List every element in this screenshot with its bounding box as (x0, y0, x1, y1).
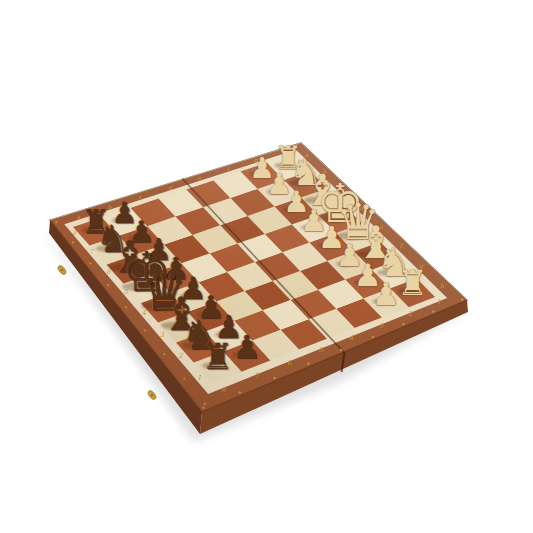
piece-shadow (141, 302, 172, 311)
piece-shadow (161, 322, 189, 330)
piece-shadow (301, 225, 319, 230)
piece-shadow (197, 312, 216, 317)
brass-clasp (147, 389, 158, 400)
piece-shadow (377, 269, 401, 276)
piece-shadow (397, 288, 418, 294)
piece-shadow (110, 264, 137, 272)
piece-shadow (304, 197, 330, 204)
piece-shadow (162, 274, 180, 279)
chess-set-photo: 81ah72bg63cf54de45ed36fc27gb18ha ♜♟♞♟♝♟♚… (0, 0, 533, 533)
piece-shadow (215, 332, 234, 337)
piece-shadow (179, 293, 198, 298)
chess-board: 81ah72bg63cf54de45ed36fc27gb18ha (0, 0, 533, 533)
piece-shadow (356, 250, 383, 258)
piece-shadow (283, 207, 301, 212)
piece-shadow (96, 245, 119, 251)
piece-shadow (233, 352, 252, 357)
piece-shadow (122, 282, 155, 291)
piece-shadow (336, 261, 354, 266)
piece-shadow (354, 280, 373, 285)
piece-shadow (145, 255, 163, 260)
piece-shadow (266, 189, 283, 194)
piece-shadow (318, 243, 336, 248)
piece-shadow (112, 218, 130, 223)
piece-shadow (250, 172, 267, 177)
piece-shadow (128, 236, 146, 241)
board-sheen (50, 143, 467, 412)
piece-shadow (202, 363, 223, 369)
piece-shadow (182, 342, 206, 349)
piece-shadow (372, 299, 391, 304)
brass-clasp (57, 264, 68, 275)
piece-shadow (336, 232, 366, 240)
piece-shadow (289, 180, 311, 186)
piece-shadow (81, 227, 101, 233)
piece-shadow (274, 163, 293, 168)
piece-shadow (317, 213, 349, 222)
